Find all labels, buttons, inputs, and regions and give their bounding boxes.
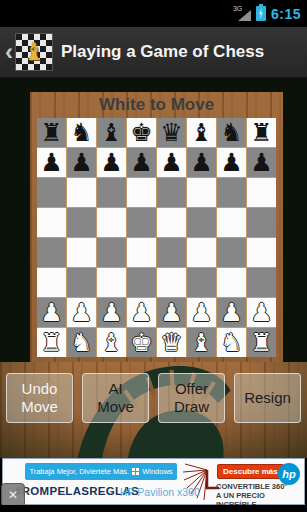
square-b6[interactable] (67, 178, 96, 207)
square-e5[interactable] (157, 208, 186, 237)
square-d8[interactable]: ♚ (127, 118, 156, 147)
button-label: Draw (174, 398, 209, 416)
button-label: Move (21, 398, 58, 416)
square-a4[interactable] (37, 238, 66, 267)
bottom-black-strip (0, 505, 307, 512)
square-c8[interactable]: ♝ (97, 118, 126, 147)
square-d4[interactable] (127, 238, 156, 267)
square-b8[interactable]: ♞ (67, 118, 96, 147)
square-h3[interactable] (247, 268, 276, 297)
black-pawn: ♟ (67, 148, 96, 177)
windows-label: Windows (142, 467, 172, 476)
ad-tagline: Trabaja Mejor, Diviértete Más. (29, 467, 129, 476)
white-pawn: ♟ (157, 298, 186, 327)
square-e4[interactable] (157, 238, 186, 267)
turn-indicator: White to Move (30, 95, 283, 115)
black-knight: ♞ (67, 118, 96, 147)
white-pawn: ♟ (67, 298, 96, 327)
square-g1[interactable]: ♞ (217, 328, 246, 357)
button-label: Undo (22, 380, 58, 398)
white-pawn: ♟ (127, 298, 156, 327)
square-a5[interactable] (37, 208, 66, 237)
square-a7[interactable]: ♟ (37, 148, 66, 177)
square-c7[interactable]: ♟ (97, 148, 126, 177)
button-label: Resign (244, 389, 291, 407)
square-c1[interactable]: ♝ (97, 328, 126, 357)
square-h7[interactable]: ♟ (247, 148, 276, 177)
status-bar: 3G 6:15 (0, 0, 307, 27)
black-bishop: ♝ (187, 118, 216, 147)
square-g8[interactable]: ♞ (217, 118, 246, 147)
square-c4[interactable] (97, 238, 126, 267)
square-f5[interactable] (187, 208, 216, 237)
black-queen: ♛ (157, 118, 186, 147)
ad-cta-button[interactable]: Descubre más (217, 464, 284, 479)
square-e7[interactable]: ♟ (157, 148, 186, 177)
square-b5[interactable] (67, 208, 96, 237)
square-f2[interactable]: ♟ (187, 298, 216, 327)
white-knight: ♞ (217, 328, 246, 357)
square-h5[interactable] (247, 208, 276, 237)
square-d2[interactable]: ♟ (127, 298, 156, 327)
black-pawn: ♟ (217, 148, 246, 177)
square-f7[interactable]: ♟ (187, 148, 216, 177)
offer-draw-button[interactable]: Offer Draw (158, 373, 225, 423)
game-area: White to Move ♜♞♝♚♛♝♞♜♟♟♟♟♟♟♟♟♟♟♟♟♟♟♟♟♜♞… (0, 78, 307, 458)
black-pawn: ♟ (157, 148, 186, 177)
ad-product-name: HP Pavilion x360 (120, 486, 200, 498)
lightning-bolt-icon (258, 8, 264, 19)
white-pawn: ♟ (187, 298, 216, 327)
square-d6[interactable] (127, 178, 156, 207)
white-rook: ♜ (247, 328, 276, 357)
white-king: ♚ (127, 328, 156, 357)
square-a1[interactable]: ♜ (37, 328, 66, 357)
square-d1[interactable]: ♚ (127, 328, 156, 357)
square-g3[interactable] (217, 268, 246, 297)
square-f8[interactable]: ♝ (187, 118, 216, 147)
square-c2[interactable]: ♟ (97, 298, 126, 327)
app-icon[interactable]: ♝ (15, 33, 53, 71)
square-f4[interactable] (187, 238, 216, 267)
black-pawn: ♟ (127, 148, 156, 177)
square-a6[interactable] (37, 178, 66, 207)
square-d3[interactable] (127, 268, 156, 297)
ad-banner[interactable]: Trabaja Mejor, Diviértete Más. Windows #… (2, 458, 305, 505)
back-caret-icon[interactable]: ‹ (3, 40, 15, 64)
chess-board: ♜♞♝♚♛♝♞♜♟♟♟♟♟♟♟♟♟♟♟♟♟♟♟♟♜♞♝♚♛♝♞♜ (37, 118, 276, 357)
ad-windows-bar: Trabaja Mejor, Diviértete Más. Windows (25, 463, 177, 480)
square-e1[interactable]: ♛ (157, 328, 186, 357)
square-b2[interactable]: ♟ (67, 298, 96, 327)
white-queen: ♛ (157, 328, 186, 357)
square-h8[interactable]: ♜ (247, 118, 276, 147)
network-type-label: 3G (233, 5, 242, 12)
ad-close-button[interactable]: ✕ (1, 483, 25, 507)
white-rook: ♜ (37, 328, 66, 357)
battery-charging-icon (256, 6, 266, 21)
square-a3[interactable] (37, 268, 66, 297)
square-g7[interactable]: ♟ (217, 148, 246, 177)
square-b4[interactable] (67, 238, 96, 267)
black-pawn: ♟ (247, 148, 276, 177)
ai-move-button[interactable]: AI Move (82, 373, 149, 423)
button-label: AI (108, 380, 122, 398)
square-g2[interactable]: ♟ (217, 298, 246, 327)
hp-logo: hp (278, 463, 300, 485)
square-b3[interactable] (67, 268, 96, 297)
black-pawn: ♟ (97, 148, 126, 177)
square-e6[interactable] (157, 178, 186, 207)
gold-chess-piece-icon: ♝ (23, 38, 45, 66)
square-f6[interactable] (187, 178, 216, 207)
square-e3[interactable] (157, 268, 186, 297)
black-knight: ♞ (217, 118, 246, 147)
button-label: Offer (175, 380, 208, 398)
button-label: Move (97, 398, 134, 416)
square-h2[interactable]: ♟ (247, 298, 276, 327)
resign-button[interactable]: Resign (234, 373, 301, 423)
black-bishop: ♝ (97, 118, 126, 147)
white-pawn: ♟ (37, 298, 66, 327)
black-pawn: ♟ (37, 148, 66, 177)
windows-logo-icon (132, 468, 139, 475)
square-c3[interactable] (97, 268, 126, 297)
square-a2[interactable]: ♟ (37, 298, 66, 327)
square-g6[interactable] (217, 178, 246, 207)
status-clock: 6:15 (271, 6, 301, 22)
black-pawn: ♟ (187, 148, 216, 177)
action-button-row: Undo Move AI Move Offer Draw Resign (6, 373, 301, 423)
square-f1[interactable]: ♝ (187, 328, 216, 357)
black-rook: ♜ (247, 118, 276, 147)
white-pawn: ♟ (247, 298, 276, 327)
square-b1[interactable]: ♞ (67, 328, 96, 357)
square-e8[interactable]: ♛ (157, 118, 186, 147)
square-h4[interactable] (247, 238, 276, 267)
white-pawn: ♟ (217, 298, 246, 327)
square-c5[interactable] (97, 208, 126, 237)
square-g4[interactable] (217, 238, 246, 267)
square-d5[interactable] (127, 208, 156, 237)
black-king: ♚ (127, 118, 156, 147)
phone-screen: 3G 6:15 ‹ ♝ Playing a Game of Chess (0, 0, 307, 512)
square-d7[interactable]: ♟ (127, 148, 156, 177)
signal-strength-icon: 3G (235, 6, 251, 21)
square-c6[interactable] (97, 178, 126, 207)
square-a8[interactable]: ♜ (37, 118, 66, 147)
square-g5[interactable] (217, 208, 246, 237)
white-bishop: ♝ (97, 328, 126, 357)
square-h6[interactable] (247, 178, 276, 207)
white-bishop: ♝ (187, 328, 216, 357)
square-e2[interactable]: ♟ (157, 298, 186, 327)
white-pawn: ♟ (97, 298, 126, 327)
square-f3[interactable] (187, 268, 216, 297)
square-h1[interactable]: ♜ (247, 328, 276, 357)
title-bar: ‹ ♝ Playing a Game of Chess (0, 27, 307, 78)
undo-move-button[interactable]: Undo Move (6, 373, 73, 423)
white-knight: ♞ (67, 328, 96, 357)
page-title: Playing a Game of Chess (61, 42, 264, 62)
black-rook: ♜ (37, 118, 66, 147)
square-b7[interactable]: ♟ (67, 148, 96, 177)
